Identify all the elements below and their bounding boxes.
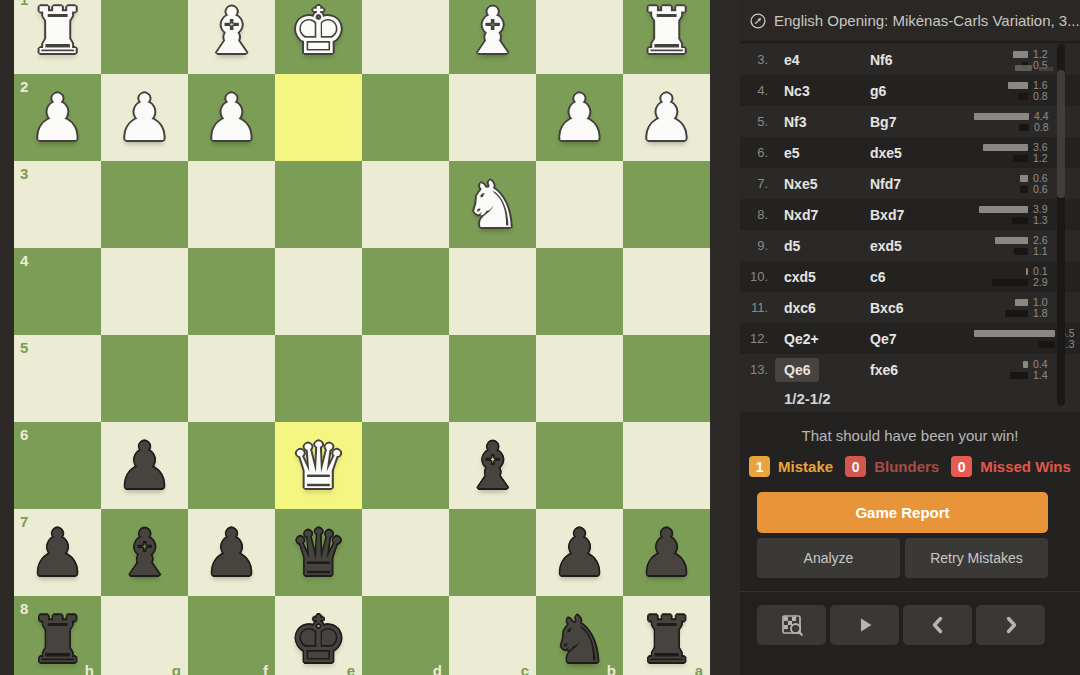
- square-d7[interactable]: [362, 509, 449, 596]
- move-row-4: 4.Nc3g61.60.8: [740, 75, 1080, 106]
- black-eval-value: 1.4: [1033, 371, 1057, 379]
- square-e4[interactable]: [275, 248, 362, 335]
- white-move[interactable]: Nxd7: [784, 207, 818, 223]
- move-row-7: 7.Nxe5Nfd70.60.6: [740, 168, 1080, 199]
- square-a7[interactable]: ♟: [623, 509, 710, 596]
- opening-explorer-icon: [749, 12, 767, 30]
- square-e2[interactable]: [275, 74, 362, 161]
- black-eval-value: 1.1: [1033, 247, 1057, 255]
- black-pawn[interactable]: ♟: [203, 521, 260, 585]
- white-eval-bar: [974, 113, 1029, 120]
- square-b1[interactable]: [536, 0, 623, 74]
- rank-label-2: 2: [20, 79, 28, 94]
- square-a3[interactable]: [623, 161, 710, 248]
- white-eval-value: 1.6: [1033, 81, 1057, 89]
- square-g5[interactable]: [101, 335, 188, 422]
- black-pawn[interactable]: ♟: [116, 434, 173, 498]
- black-move[interactable]: c6: [870, 269, 886, 285]
- white-pawn[interactable]: ♟: [203, 86, 260, 150]
- square-f3[interactable]: [188, 161, 275, 248]
- black-pawn[interactable]: ♟: [638, 521, 695, 585]
- scrollbar-thumb[interactable]: [1057, 70, 1065, 198]
- blunders-group: 0Blunders: [845, 456, 951, 477]
- white-eval-bar: [1020, 175, 1028, 182]
- square-h7[interactable]: 7♟: [14, 509, 101, 596]
- square-c2[interactable]: [449, 74, 536, 161]
- white-eval-bar: [1015, 299, 1028, 306]
- square-b6[interactable]: [536, 422, 623, 509]
- square-f2[interactable]: ♟: [188, 74, 275, 161]
- black-eval-value: 0.8: [1034, 123, 1058, 131]
- rank-label-1: 1: [20, 0, 28, 7]
- white-pawn[interactable]: ♟: [116, 86, 173, 150]
- square-h5[interactable]: 5: [14, 335, 101, 422]
- black-pawn[interactable]: ♟: [29, 521, 86, 585]
- chevron-left-icon: [926, 613, 950, 637]
- square-d8[interactable]: d: [362, 596, 449, 675]
- secondary-buttons-row: Analyze Retry Mistakes: [757, 538, 1048, 578]
- square-d5[interactable]: [362, 335, 449, 422]
- black-knight[interactable]: ♞: [551, 608, 608, 672]
- move-number: 9.: [746, 238, 768, 253]
- analysis-panel: English Opening: Mikėnas-Carls Variation…: [740, 0, 1080, 675]
- summary-message: That should have been your win!: [740, 427, 1080, 444]
- chess-analysis-page: { "game": "chess", "position": { "fen": …: [0, 0, 1080, 675]
- black-move[interactable]: Bg7: [870, 114, 896, 130]
- black-eval-bar: [1019, 124, 1029, 131]
- move-row-8: 8.Nxd7Bxd73.91.3: [740, 199, 1080, 230]
- square-e6[interactable]: ♛: [275, 422, 362, 509]
- mistake-summary-row: 1Mistake0Blunders0Missed Wins: [740, 456, 1080, 477]
- game-report-button[interactable]: Game Report: [757, 492, 1048, 533]
- move-row-5: 5.Nf3Bg74.40.8: [740, 106, 1080, 137]
- square-e3[interactable]: [275, 161, 362, 248]
- move-row-9: 9.d5exd52.61.1: [740, 230, 1080, 261]
- next-move-button[interactable]: [976, 605, 1045, 645]
- black-eval-value: 1.3: [1033, 216, 1057, 224]
- square-c3[interactable]: ♞: [449, 161, 536, 248]
- file-label-a: a: [695, 663, 703, 675]
- rank-label-8: 8: [20, 601, 28, 616]
- square-e8[interactable]: e♚: [275, 596, 362, 675]
- file-label-c: c: [521, 663, 529, 675]
- black-rook[interactable]: ♜: [29, 608, 86, 672]
- black-move[interactable]: fxe6: [870, 362, 898, 378]
- square-a8[interactable]: a♜: [623, 596, 710, 675]
- white-eval-bar: [1026, 268, 1028, 275]
- white-eval-value: 3.9: [1033, 205, 1057, 213]
- rank-label-5: 5: [20, 340, 28, 355]
- square-a6[interactable]: [623, 422, 710, 509]
- opening-name: English Opening: Mikėnas-Carls Variation…: [774, 12, 1080, 29]
- black-eval-value: 2.9: [1033, 278, 1057, 286]
- opening-header: English Opening: Mikėnas-Carls Variation…: [740, 0, 1080, 42]
- white-eval-bar: [979, 206, 1028, 213]
- rank-label-4: 4: [20, 253, 28, 268]
- mistake-count-badge: 1: [749, 456, 770, 477]
- move-number: 5.: [746, 114, 768, 129]
- white-king[interactable]: ♚: [290, 0, 347, 63]
- white-eval-bar: [1023, 361, 1028, 368]
- square-g4[interactable]: [101, 248, 188, 335]
- white-move[interactable]: Qe2+: [784, 331, 819, 347]
- square-b3[interactable]: [536, 161, 623, 248]
- square-g6[interactable]: ♟: [101, 422, 188, 509]
- black-bishop[interactable]: ♝: [464, 434, 521, 498]
- white-move[interactable]: e4: [784, 52, 800, 68]
- black-queen[interactable]: ♛: [290, 521, 347, 585]
- white-eval-bar: [1008, 82, 1028, 89]
- mistake-group: 1Mistake: [749, 456, 845, 477]
- board-search-button[interactable]: [757, 605, 826, 645]
- missed-wins-label: Missed Wins: [980, 458, 1071, 475]
- black-rook[interactable]: ♜: [638, 608, 695, 672]
- black-eval-bar: [1018, 93, 1028, 100]
- rank-label-3: 3: [20, 166, 28, 181]
- file-label-f: f: [263, 663, 268, 675]
- blunders-label: Blunders: [874, 458, 939, 475]
- white-eval-value: 2.6: [1033, 236, 1057, 244]
- move-number: 10.: [746, 269, 768, 284]
- black-move[interactable]: exd5: [870, 238, 902, 254]
- white-bishop[interactable]: ♝: [203, 0, 260, 63]
- white-eval-value: 1.2: [1033, 50, 1057, 58]
- clipped-eval-number: [1039, 67, 1053, 71]
- navigation-bar: [740, 591, 1080, 675]
- move-number: 4.: [746, 83, 768, 98]
- white-eval-value: 0.1: [1033, 267, 1057, 275]
- clipped-eval-bar: [1015, 65, 1032, 71]
- missed-wins-count-badge: 0: [951, 456, 972, 477]
- square-g8[interactable]: g: [101, 596, 188, 675]
- square-b8[interactable]: b♞: [536, 596, 623, 675]
- square-a2[interactable]: ♟: [623, 74, 710, 161]
- move-number: 8.: [746, 207, 768, 222]
- square-b7[interactable]: ♟: [536, 509, 623, 596]
- move-number: 7.: [746, 176, 768, 191]
- white-rook[interactable]: ♜: [29, 0, 86, 63]
- square-c5[interactable]: [449, 335, 536, 422]
- square-d2[interactable]: [362, 74, 449, 161]
- white-eval-value: 3.6: [1033, 143, 1057, 151]
- black-eval-value: 0.6: [1033, 185, 1057, 193]
- black-eval-value: 1.8: [1033, 309, 1057, 317]
- move-row-6: 6.e5dxe53.61.2: [740, 137, 1080, 168]
- square-d1[interactable]: [362, 0, 449, 74]
- square-h3[interactable]: 3: [14, 161, 101, 248]
- black-eval-bar: [1010, 372, 1028, 379]
- move-number: 12.: [746, 331, 768, 346]
- file-label-b: b: [607, 663, 616, 675]
- black-eval-bar: [1005, 310, 1028, 317]
- white-queen[interactable]: ♛: [290, 434, 347, 498]
- black-move[interactable]: Nfd7: [870, 176, 901, 192]
- move-row-12: 12.Qe2+Qe76.51.3: [740, 323, 1080, 354]
- play-button[interactable]: [830, 605, 899, 645]
- black-eval-bar: [1013, 155, 1028, 162]
- file-label-d: d: [433, 663, 442, 675]
- black-king[interactable]: ♚: [290, 608, 347, 672]
- black-eval-value: 1.2: [1033, 154, 1057, 162]
- square-c6[interactable]: ♝: [449, 422, 536, 509]
- square-f7[interactable]: ♟: [188, 509, 275, 596]
- move-row-10: 10.cxd5c60.12.9: [740, 261, 1080, 292]
- white-move[interactable]: cxd5: [784, 269, 816, 285]
- move-row-11: 11.dxc6Bxc61.01.8: [740, 292, 1080, 323]
- black-pawn[interactable]: ♟: [551, 521, 608, 585]
- white-move[interactable]: Nxe5: [784, 176, 817, 192]
- black-eval-value: 0.8: [1033, 92, 1057, 100]
- white-eval-bar: [974, 330, 1055, 337]
- white-eval-value: 4.4: [1034, 112, 1058, 120]
- square-g7[interactable]: ♝: [101, 509, 188, 596]
- black-eval-bar: [1039, 341, 1055, 348]
- black-move[interactable]: dxe5: [870, 145, 902, 161]
- white-eval-value: 0.6: [1033, 174, 1057, 182]
- square-a5[interactable]: [623, 335, 710, 422]
- square-d6[interactable]: [362, 422, 449, 509]
- black-bishop[interactable]: ♝: [116, 521, 173, 585]
- white-eval-value: 0.4: [1033, 360, 1057, 368]
- move-number: 13.: [746, 362, 768, 377]
- missed-wins-group: 0Missed Wins: [951, 456, 1071, 477]
- black-move[interactable]: Nf6: [870, 52, 893, 68]
- black-eval-bar: [1020, 186, 1028, 193]
- square-h8[interactable]: 8h♜: [14, 596, 101, 675]
- white-move[interactable]: Nf3: [784, 114, 807, 130]
- white-move[interactable]: Nc3: [784, 83, 810, 99]
- square-b4[interactable]: [536, 248, 623, 335]
- black-move[interactable]: g6: [870, 83, 886, 99]
- white-rook[interactable]: ♜: [638, 0, 695, 63]
- square-f1[interactable]: ♝: [188, 0, 275, 74]
- square-f5[interactable]: [188, 335, 275, 422]
- rank-label-7: 7: [20, 514, 28, 529]
- move-list: 3.e4Nf61.20.54.Nc3g61.60.85.Nf3Bg74.40.8…: [740, 42, 1080, 412]
- file-label-e: e: [347, 663, 355, 675]
- square-a4[interactable]: [623, 248, 710, 335]
- square-e1[interactable]: ♚: [275, 0, 362, 74]
- square-b2[interactable]: ♟: [536, 74, 623, 161]
- square-c8[interactable]: c: [449, 596, 536, 675]
- white-eval-bar: [983, 144, 1028, 151]
- white-move[interactable]: dxc6: [784, 300, 816, 316]
- square-g1[interactable]: [101, 0, 188, 74]
- blunders-count-badge: 0: [845, 456, 866, 477]
- white-eval-value: 1.0: [1033, 298, 1057, 306]
- square-b5[interactable]: [536, 335, 623, 422]
- game-result: 1/2-1/2: [784, 390, 831, 407]
- square-h6[interactable]: 6: [14, 422, 101, 509]
- black-eval-bar: [1012, 217, 1028, 224]
- play-icon: [853, 613, 877, 637]
- move-number: 3.: [746, 52, 768, 67]
- square-g3[interactable]: [101, 161, 188, 248]
- white-move[interactable]: d5: [784, 238, 800, 254]
- square-h4[interactable]: 4: [14, 248, 101, 335]
- square-d4[interactable]: [362, 248, 449, 335]
- square-h2[interactable]: 2♟: [14, 74, 101, 161]
- black-move[interactable]: Bxd7: [870, 207, 904, 223]
- analyze-button[interactable]: Analyze: [757, 538, 900, 578]
- square-f8[interactable]: f: [188, 596, 275, 675]
- white-eval-bar: [995, 237, 1028, 244]
- mistake-label: Mistake: [778, 458, 833, 475]
- chevron-right-icon: [999, 613, 1023, 637]
- black-eval-bar: [1014, 248, 1028, 255]
- move-number: 11.: [746, 300, 768, 315]
- white-knight[interactable]: ♞: [464, 173, 521, 237]
- square-a1[interactable]: ♜: [623, 0, 710, 74]
- rank-label-6: 6: [20, 427, 28, 442]
- move-number: 6.: [746, 145, 768, 160]
- square-c4[interactable]: [449, 248, 536, 335]
- white-pawn[interactable]: ♟: [638, 86, 695, 150]
- file-label-g: g: [172, 663, 181, 675]
- white-move-selected[interactable]: Qe6: [775, 358, 819, 382]
- result-row: 1/2-1/2: [740, 385, 1080, 412]
- square-c7[interactable]: [449, 509, 536, 596]
- board-search-icon: [780, 613, 804, 637]
- move-rows: 3.e4Nf61.20.54.Nc3g61.60.85.Nf3Bg74.40.8…: [740, 44, 1080, 385]
- white-pawn[interactable]: ♟: [551, 86, 608, 150]
- square-c1[interactable]: ♝: [449, 0, 536, 74]
- white-eval-bar: [1013, 51, 1028, 58]
- previous-move-button[interactable]: [903, 605, 972, 645]
- white-bishop[interactable]: ♝: [464, 0, 521, 63]
- file-label-h: h: [85, 663, 94, 675]
- square-g2[interactable]: ♟: [101, 74, 188, 161]
- square-f4[interactable]: [188, 248, 275, 335]
- black-move[interactable]: Qe7: [870, 331, 896, 347]
- move-row-13: 13.Qe6fxe60.41.4: [740, 354, 1080, 385]
- square-e5[interactable]: [275, 335, 362, 422]
- black-eval-bar: [992, 279, 1028, 286]
- square-f6[interactable]: [188, 422, 275, 509]
- black-move[interactable]: Bxc6: [870, 300, 903, 316]
- square-h1[interactable]: 1♜: [14, 0, 101, 74]
- square-e7[interactable]: ♛: [275, 509, 362, 596]
- chess-board[interactable]: 1♜♝♚♝♜2♟♟♟♟♟3♞456♟♛♝7♟♝♟♛♟♟8h♜gfe♚dcb♞a♜: [14, 0, 710, 675]
- square-d3[interactable]: [362, 161, 449, 248]
- white-pawn[interactable]: ♟: [29, 86, 86, 150]
- white-move[interactable]: e5: [784, 145, 800, 161]
- retry-mistakes-button[interactable]: Retry Mistakes: [905, 538, 1048, 578]
